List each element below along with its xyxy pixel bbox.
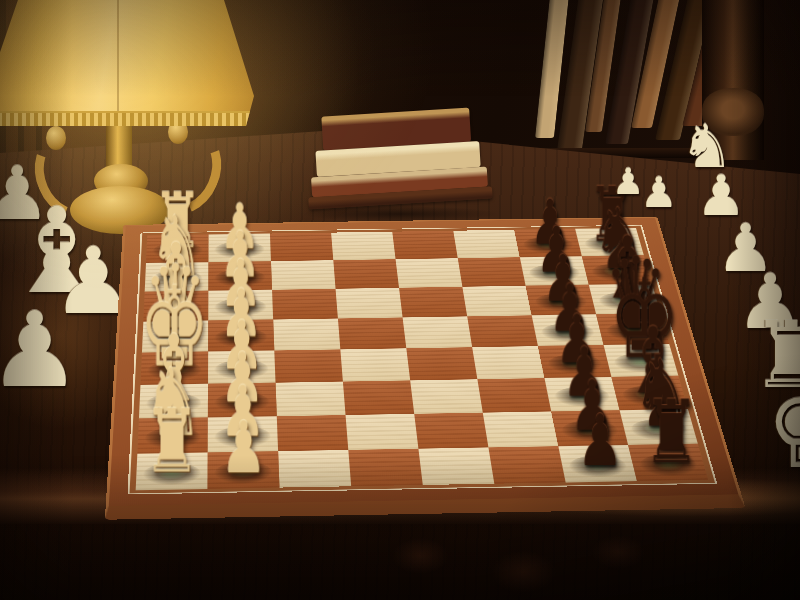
- square-b3[interactable]: [271, 260, 336, 290]
- square-b5[interactable]: [396, 258, 463, 288]
- square-h5[interactable]: [418, 447, 494, 485]
- square-d5[interactable]: [403, 316, 473, 348]
- board-scene: ♜♟♟♜♞♟♟♞♝♟♟♝♛♟♟♛♚♟♟♚♝♟♟♝♞♟♟♞♜♟♟♜: [90, 24, 724, 600]
- board-inlay: ♜♟♟♜♞♟♟♞♝♟♟♝♛♟♟♛♚♟♟♚♝♟♟♝♞♟♟♞♜♟♟♜: [127, 225, 717, 495]
- square-g4[interactable]: [346, 414, 419, 450]
- black-rook-h8[interactable]: ♜: [643, 389, 699, 476]
- lamp-ornament-icon: [46, 126, 66, 150]
- square-h6[interactable]: [488, 446, 565, 484]
- square-f3[interactable]: [276, 382, 346, 417]
- square-f4[interactable]: [343, 380, 414, 415]
- square-e3[interactable]: [274, 349, 343, 382]
- square-b4[interactable]: [333, 259, 399, 289]
- square-c5[interactable]: [399, 287, 467, 318]
- square-g5[interactable]: [414, 413, 488, 449]
- square-a5[interactable]: [392, 231, 458, 259]
- white-pawn-h2[interactable]: ♟: [220, 411, 266, 483]
- square-h1[interactable]: ♜: [136, 452, 208, 490]
- square-d4[interactable]: [338, 317, 406, 349]
- square-b6[interactable]: [458, 257, 526, 287]
- square-h8[interactable]: ♜: [628, 444, 708, 481]
- square-e6[interactable]: [472, 346, 544, 379]
- square-d6[interactable]: [467, 315, 538, 347]
- square-f6[interactable]: [477, 378, 551, 413]
- square-e4[interactable]: [340, 348, 410, 381]
- square-g6[interactable]: [483, 411, 559, 447]
- square-h3[interactable]: [278, 450, 351, 488]
- square-a6[interactable]: [453, 230, 520, 258]
- white-rook-h1[interactable]: ♜: [143, 398, 200, 486]
- square-f5[interactable]: [410, 379, 483, 414]
- square-h2[interactable]: ♟: [208, 451, 280, 489]
- square-c4[interactable]: [336, 288, 403, 319]
- square-g3[interactable]: [277, 415, 349, 451]
- square-c6[interactable]: [462, 286, 531, 317]
- square-d3[interactable]: [273, 318, 340, 350]
- square-a3[interactable]: [270, 233, 333, 262]
- chess-photo-scene: ♟♝♟♟ ♜♟♟♜♞♟♟♞♝♟♟♝♛♟♟♛♚♟♟♚♝♟♟♝♞♟♟♞♜♟♟♜ ♟♟…: [0, 0, 800, 600]
- board-frame: ♜♟♟♜♞♟♟♞♝♟♟♝♛♟♟♛♚♟♟♚♝♟♟♝♞♟♟♞♜♟♟♜: [105, 217, 746, 520]
- board-tilt: ♜♟♟♜♞♟♟♞♝♟♟♝♛♟♟♛♚♟♟♚♝♟♟♝♞♟♟♞♜♟♟♜: [105, 217, 746, 520]
- square-h4[interactable]: [348, 449, 422, 487]
- black-pawn-h7[interactable]: ♟: [577, 405, 623, 476]
- square-a4[interactable]: [331, 232, 395, 261]
- square-e5[interactable]: [406, 347, 477, 380]
- square-h7[interactable]: ♟: [558, 445, 637, 482]
- square-c3[interactable]: [272, 289, 338, 320]
- chess-board-grid: ♜♟♟♜♞♟♟♞♝♟♟♝♛♟♟♛♚♟♟♚♝♟♟♝♞♟♟♞♜♟♟♜: [136, 228, 709, 490]
